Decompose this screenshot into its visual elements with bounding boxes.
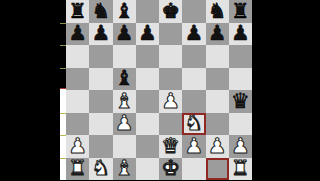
square-b6[interactable] [89,45,112,68]
square-b8[interactable]: ♞ [89,0,112,23]
white-knight: ♞ [91,158,110,179]
square-e8[interactable]: ♚ [159,0,182,23]
square-c3[interactable]: ♟ [113,113,136,136]
square-c8[interactable]: ♝ [113,0,136,23]
black-pawn: ♟ [184,23,203,44]
square-f4[interactable] [182,90,205,113]
square-h2[interactable]: ♟ [229,135,252,158]
black-pawn: ♟ [115,23,134,44]
square-f2[interactable]: ♟ [182,135,205,158]
square-g5[interactable] [206,68,229,91]
black-bishop: ♝ [115,0,134,21]
square-d2[interactable] [136,135,159,158]
black-bishop: ♝ [115,68,134,89]
square-g2[interactable]: ♟ [206,135,229,158]
chess-board: ♜♞♝♚♞♜♟♟♟♟♟♟♟♝♝♟♛♟♞♟♛♟♟♟♜♞♝♚♜ [66,0,252,180]
square-f6[interactable] [182,45,205,68]
white-pawn: ♟ [231,135,250,156]
square-b4[interactable] [89,90,112,113]
square-g3[interactable] [206,113,229,136]
square-h7[interactable]: ♟ [229,23,252,46]
square-f8[interactable] [182,0,205,23]
white-bishop: ♝ [115,158,134,179]
square-g1[interactable] [206,158,229,181]
white-pawn: ♟ [208,135,227,156]
square-c1[interactable]: ♝ [113,158,136,181]
square-d7[interactable]: ♟ [136,23,159,46]
square-f1[interactable] [182,158,205,181]
square-b3[interactable] [89,113,112,136]
black-pawn: ♟ [68,23,87,44]
square-a5[interactable] [66,68,89,91]
square-a1[interactable]: ♜ [66,158,89,181]
white-knight: ♞ [184,113,203,134]
black-rook: ♜ [231,0,250,21]
square-h8[interactable]: ♜ [229,0,252,23]
square-a7[interactable]: ♟ [66,23,89,46]
square-a6[interactable] [66,45,89,68]
square-c5[interactable]: ♝ [113,68,136,91]
square-h4[interactable]: ♛ [229,90,252,113]
square-h1[interactable]: ♜ [229,158,252,181]
square-e5[interactable] [159,68,182,91]
square-f5[interactable] [182,68,205,91]
white-king: ♚ [161,158,180,179]
black-pawn: ♟ [208,23,227,44]
square-d8[interactable] [136,0,159,23]
square-d5[interactable] [136,68,159,91]
square-a4[interactable] [66,90,89,113]
square-e2[interactable]: ♛ [159,135,182,158]
black-pawn: ♟ [231,23,250,44]
white-pawn: ♟ [184,135,203,156]
square-h6[interactable] [229,45,252,68]
square-b2[interactable] [89,135,112,158]
square-g7[interactable]: ♟ [206,23,229,46]
square-h5[interactable] [229,68,252,91]
square-c2[interactable] [113,135,136,158]
square-c6[interactable] [113,45,136,68]
square-b1[interactable]: ♞ [89,158,112,181]
square-c4[interactable]: ♝ [113,90,136,113]
square-g4[interactable] [206,90,229,113]
square-e4[interactable]: ♟ [159,90,182,113]
black-pawn: ♟ [91,23,110,44]
white-pawn: ♟ [115,113,134,134]
white-bishop: ♝ [115,90,134,111]
black-rook: ♜ [68,0,87,21]
square-e3[interactable] [159,113,182,136]
square-a8[interactable]: ♜ [66,0,89,23]
black-knight: ♞ [208,0,227,21]
square-e7[interactable] [159,23,182,46]
black-knight: ♞ [91,0,110,21]
square-d4[interactable] [136,90,159,113]
white-rook: ♜ [68,158,87,179]
square-g6[interactable] [206,45,229,68]
square-a3[interactable] [66,113,89,136]
black-pawn: ♟ [138,23,157,44]
white-queen: ♛ [161,135,180,156]
square-a2[interactable]: ♟ [66,135,89,158]
white-pawn: ♟ [68,135,87,156]
black-queen: ♛ [231,90,250,111]
square-c7[interactable]: ♟ [113,23,136,46]
square-g8[interactable]: ♞ [206,0,229,23]
square-e1[interactable]: ♚ [159,158,182,181]
white-pawn: ♟ [161,90,180,111]
square-e6[interactable] [159,45,182,68]
square-d3[interactable] [136,113,159,136]
square-f3[interactable]: ♞ [182,113,205,136]
square-b7[interactable]: ♟ [89,23,112,46]
white-rook: ♜ [231,158,250,179]
square-d6[interactable] [136,45,159,68]
square-f7[interactable]: ♟ [182,23,205,46]
square-b5[interactable] [89,68,112,91]
black-king: ♚ [161,0,180,21]
video-frame: ♜♞♝♚♞♜♟♟♟♟♟♟♟♝♝♟♛♟♞♟♛♟♟♟♜♞♝♚♜ [0,0,320,180]
square-h3[interactable] [229,113,252,136]
square-d1[interactable] [136,158,159,181]
